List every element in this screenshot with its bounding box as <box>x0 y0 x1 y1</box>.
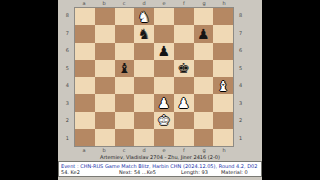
rank-label-4: 4 <box>58 77 72 95</box>
square-a3[interactable] <box>75 94 95 111</box>
rank-label-1: 1 <box>236 130 250 148</box>
file-labels-top: abcdefgh <box>74 0 234 7</box>
square-c2[interactable] <box>115 112 135 129</box>
file-label-d: d <box>134 0 154 7</box>
file-label-g: g <box>194 0 214 7</box>
square-g5[interactable] <box>194 60 214 77</box>
square-a4[interactable] <box>75 77 95 94</box>
rank-label-4: 4 <box>236 77 250 95</box>
black-pawn-icon: ♟ <box>158 44 171 58</box>
rank-label-3: 3 <box>236 95 250 113</box>
square-c8[interactable] <box>115 8 135 25</box>
rank-label-5: 5 <box>58 60 72 78</box>
square-b3[interactable] <box>95 94 115 111</box>
square-b6[interactable] <box>95 43 115 60</box>
file-label-f: f <box>174 0 194 7</box>
square-d8[interactable]: ♞ <box>134 8 154 25</box>
black-bishop-icon: ♝ <box>118 61 131 75</box>
players-caption: Artemiev, Vladislav 2704 - Zhu, Jiner 24… <box>58 154 262 161</box>
square-a1[interactable] <box>75 129 95 146</box>
rank-label-6: 6 <box>236 42 250 60</box>
square-e1[interactable] <box>154 129 174 146</box>
rank-labels-right: 87654321 <box>236 7 250 147</box>
square-c5[interactable]: ♝ <box>115 60 135 77</box>
file-label-f: f <box>174 147 194 154</box>
rank-label-7: 7 <box>236 25 250 43</box>
square-b1[interactable] <box>95 129 115 146</box>
rank-label-1: 1 <box>58 130 72 148</box>
file-label-h: h <box>214 147 234 154</box>
move-info-line: 54. Ke2 Next: 54 ...Ke5 Length: 93 Mater… <box>59 169 261 175</box>
file-label-b: b <box>94 147 114 154</box>
chess-board: ♞♞♟♟♝♚♝♟♟♚ <box>74 7 234 147</box>
rank-label-8: 8 <box>58 7 72 25</box>
square-e4[interactable] <box>154 77 174 94</box>
square-e6[interactable]: ♟ <box>154 43 174 60</box>
square-d6[interactable] <box>134 43 154 60</box>
square-c3[interactable] <box>115 94 135 111</box>
square-d3[interactable] <box>134 94 154 111</box>
square-d4[interactable] <box>134 77 154 94</box>
file-label-g: g <box>194 147 214 154</box>
square-b4[interactable] <box>95 77 115 94</box>
white-king-icon: ♚ <box>158 113 171 127</box>
square-d7[interactable]: ♞ <box>134 25 154 42</box>
square-g6[interactable] <box>194 43 214 60</box>
square-a6[interactable] <box>75 43 95 60</box>
square-f6[interactable] <box>174 43 194 60</box>
square-h5[interactable] <box>213 60 233 77</box>
square-h1[interactable] <box>213 129 233 146</box>
square-c4[interactable] <box>115 77 135 94</box>
chess-diagram: abcdefgh abcdefgh 87654321 87654321 ♞♞♟♟… <box>58 0 262 180</box>
square-a7[interactable] <box>75 25 95 42</box>
square-f7[interactable] <box>174 25 194 42</box>
square-h6[interactable] <box>213 43 233 60</box>
square-b2[interactable] <box>95 112 115 129</box>
black-pawn-icon: ♟ <box>197 27 210 41</box>
square-a8[interactable] <box>75 8 95 25</box>
square-f8[interactable] <box>174 8 194 25</box>
black-king-icon: ♚ <box>177 61 190 75</box>
square-f3[interactable]: ♟ <box>174 94 194 111</box>
material-balance-text: Material: 0 <box>221 169 248 175</box>
square-d2[interactable] <box>134 112 154 129</box>
black-knight-icon: ♞ <box>138 27 151 41</box>
square-g3[interactable] <box>194 94 214 111</box>
white-knight-icon: ♞ <box>138 10 151 24</box>
square-d1[interactable] <box>134 129 154 146</box>
square-h7[interactable] <box>213 25 233 42</box>
rank-label-7: 7 <box>58 25 72 43</box>
file-label-e: e <box>154 0 174 7</box>
square-g4[interactable] <box>194 77 214 94</box>
last-move-text: 54. Ke2 <box>61 169 80 175</box>
file-label-h: h <box>214 0 234 7</box>
file-label-a: a <box>74 147 94 154</box>
square-b8[interactable] <box>95 8 115 25</box>
square-h3[interactable] <box>213 94 233 111</box>
rank-labels-left: 87654321 <box>58 7 72 147</box>
file-label-e: e <box>154 147 174 154</box>
square-b5[interactable] <box>95 60 115 77</box>
file-labels-bottom: abcdefgh <box>74 147 234 154</box>
square-e8[interactable] <box>154 8 174 25</box>
square-c1[interactable] <box>115 129 135 146</box>
square-h8[interactable] <box>213 8 233 25</box>
video-frame: abcdefgh abcdefgh 87654321 87654321 ♞♞♟♟… <box>0 0 320 180</box>
square-f2[interactable] <box>174 112 194 129</box>
game-length-text: Length: 93 <box>181 169 208 175</box>
file-label-c: c <box>114 0 134 7</box>
rank-label-6: 6 <box>58 42 72 60</box>
square-f4[interactable] <box>174 77 194 94</box>
file-label-d: d <box>134 147 154 154</box>
square-a2[interactable] <box>75 112 95 129</box>
rank-label-5: 5 <box>236 60 250 78</box>
square-e3[interactable]: ♟ <box>154 94 174 111</box>
square-e2[interactable]: ♚ <box>154 112 174 129</box>
square-h2[interactable] <box>213 112 233 129</box>
game-info-box: Event : CHN-RUS Game Match Blitz, Harbin… <box>58 161 262 177</box>
square-g8[interactable] <box>194 8 214 25</box>
square-g2[interactable] <box>194 112 214 129</box>
square-g1[interactable] <box>194 129 214 146</box>
square-g7[interactable]: ♟ <box>194 25 214 42</box>
file-label-a: a <box>74 0 94 7</box>
file-label-c: c <box>114 147 134 154</box>
rank-label-8: 8 <box>236 7 250 25</box>
square-e5[interactable] <box>154 60 174 77</box>
rank-label-2: 2 <box>236 112 250 130</box>
square-c6[interactable] <box>115 43 135 60</box>
square-c7[interactable] <box>115 25 135 42</box>
white-bishop-icon: ♝ <box>217 79 230 93</box>
square-h4[interactable]: ♝ <box>213 77 233 94</box>
square-f1[interactable] <box>174 129 194 146</box>
white-pawn-icon: ♟ <box>158 96 171 110</box>
square-e7[interactable] <box>154 25 174 42</box>
rank-label-3: 3 <box>58 95 72 113</box>
square-b7[interactable] <box>95 25 115 42</box>
white-pawn-icon: ♟ <box>177 96 190 110</box>
square-d5[interactable] <box>134 60 154 77</box>
square-a5[interactable] <box>75 60 95 77</box>
next-move-text: Next: 54 ...Ke5 <box>119 169 156 175</box>
square-f5[interactable]: ♚ <box>174 60 194 77</box>
rank-label-2: 2 <box>58 112 72 130</box>
file-label-b: b <box>94 0 114 7</box>
